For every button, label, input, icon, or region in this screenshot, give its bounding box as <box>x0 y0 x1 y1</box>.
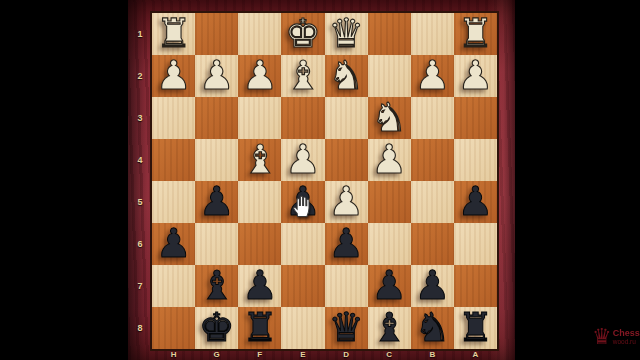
square-e2[interactable]: ♝ <box>281 55 324 97</box>
square-c8[interactable]: ♝ <box>368 307 411 349</box>
square-b3[interactable] <box>411 97 454 139</box>
square-e5[interactable]: ♟ <box>281 181 324 223</box>
square-f6[interactable] <box>238 223 281 265</box>
watermark-logo: ♛ Chess wood.ru <box>592 320 640 354</box>
square-e6[interactable] <box>281 223 324 265</box>
piece-white-pawn-e4[interactable]: ♟ <box>285 139 321 179</box>
rank-label-2: 2 <box>128 55 152 97</box>
piece-white-knight-d2[interactable]: ♞ <box>328 55 364 95</box>
square-d2[interactable]: ♞ <box>325 55 368 97</box>
square-a1[interactable]: ♜ <box>454 13 497 55</box>
square-h6[interactable]: ♟ <box>152 223 195 265</box>
square-g6[interactable] <box>195 223 238 265</box>
file-label-e: E <box>281 348 324 360</box>
chess-board: ♜♚♛♜♟♟♟♝♞♟♟♞♝♟♟♟♟♟♟♟♟♝♟♟♟♚♜♛♝♞♜ <box>152 13 497 349</box>
rank-labels: 12345678 <box>128 13 152 349</box>
square-a6[interactable] <box>454 223 497 265</box>
piece-black-rook-f8[interactable]: ♜ <box>242 307 278 347</box>
square-b2[interactable]: ♟ <box>411 55 454 97</box>
piece-white-knight-c3[interactable]: ♞ <box>371 97 407 137</box>
square-f5[interactable] <box>238 181 281 223</box>
square-f1[interactable] <box>238 13 281 55</box>
square-h3[interactable] <box>152 97 195 139</box>
square-d4[interactable] <box>325 139 368 181</box>
square-d7[interactable] <box>325 265 368 307</box>
square-g5[interactable]: ♟ <box>195 181 238 223</box>
square-b4[interactable] <box>411 139 454 181</box>
square-h1[interactable]: ♜ <box>152 13 195 55</box>
square-b6[interactable] <box>411 223 454 265</box>
square-f8[interactable]: ♜ <box>238 307 281 349</box>
square-h5[interactable] <box>152 181 195 223</box>
square-c1[interactable] <box>368 13 411 55</box>
square-c4[interactable]: ♟ <box>368 139 411 181</box>
square-c6[interactable] <box>368 223 411 265</box>
rank-label-4: 4 <box>128 139 152 181</box>
square-d5[interactable]: ♟ <box>325 181 368 223</box>
piece-black-pawn-a5[interactable]: ♟ <box>458 181 494 221</box>
logo-text-line1: Chess <box>613 329 640 338</box>
square-f2[interactable]: ♟ <box>238 55 281 97</box>
square-a5[interactable]: ♟ <box>454 181 497 223</box>
piece-black-pawn-h6[interactable]: ♟ <box>156 223 192 263</box>
square-c3[interactable]: ♞ <box>368 97 411 139</box>
piece-white-pawn-g2[interactable]: ♟ <box>199 55 235 95</box>
piece-black-queen-d8[interactable]: ♛ <box>328 307 364 347</box>
square-e3[interactable] <box>281 97 324 139</box>
piece-white-pawn-b2[interactable]: ♟ <box>414 55 450 95</box>
square-b7[interactable]: ♟ <box>411 265 454 307</box>
square-g3[interactable] <box>195 97 238 139</box>
square-e7[interactable] <box>281 265 324 307</box>
rank-label-7: 7 <box>128 265 152 307</box>
piece-white-bishop-f4[interactable]: ♝ <box>242 139 278 179</box>
square-a4[interactable] <box>454 139 497 181</box>
piece-black-pawn-e5[interactable]: ♟ <box>285 181 321 221</box>
piece-white-pawn-a2[interactable]: ♟ <box>458 55 494 95</box>
piece-black-bishop-c8[interactable]: ♝ <box>371 307 407 347</box>
square-h4[interactable] <box>152 139 195 181</box>
square-a8[interactable]: ♜ <box>454 307 497 349</box>
piece-black-rook-a8[interactable]: ♜ <box>458 307 494 347</box>
logo-chess-piece-icon: ♛ <box>592 326 612 348</box>
square-h8[interactable] <box>152 307 195 349</box>
square-a3[interactable] <box>454 97 497 139</box>
square-e1[interactable]: ♚ <box>281 13 324 55</box>
piece-white-rook-h1[interactable]: ♜ <box>156 13 192 53</box>
logo-text-line2: wood.ru <box>613 338 640 345</box>
rank-label-5: 5 <box>128 181 152 223</box>
square-b5[interactable] <box>411 181 454 223</box>
video-frame: 12345678 HGFEDCBA ♜♚♛♜♟♟♟♝♞♟♟♞♝♟♟♟♟♟♟♟♟♝… <box>0 0 640 360</box>
piece-black-pawn-d6[interactable]: ♟ <box>328 223 364 263</box>
square-c2[interactable] <box>368 55 411 97</box>
piece-black-pawn-b7[interactable]: ♟ <box>414 265 450 305</box>
square-a2[interactable]: ♟ <box>454 55 497 97</box>
square-d3[interactable] <box>325 97 368 139</box>
piece-white-pawn-f2[interactable]: ♟ <box>242 55 278 95</box>
square-f3[interactable] <box>238 97 281 139</box>
square-c5[interactable] <box>368 181 411 223</box>
piece-black-bishop-g7[interactable]: ♝ <box>199 265 235 305</box>
piece-black-pawn-f7[interactable]: ♟ <box>242 265 278 305</box>
rank-label-1: 1 <box>128 13 152 55</box>
piece-white-pawn-h2[interactable]: ♟ <box>156 55 192 95</box>
piece-black-pawn-g5[interactable]: ♟ <box>199 181 235 221</box>
piece-black-knight-b8[interactable]: ♞ <box>414 307 450 347</box>
piece-white-king-e1[interactable]: ♚ <box>285 13 321 53</box>
square-g1[interactable] <box>195 13 238 55</box>
rank-label-6: 6 <box>128 223 152 265</box>
piece-white-rook-a1[interactable]: ♜ <box>458 13 494 53</box>
rank-label-3: 3 <box>128 97 152 139</box>
square-g2[interactable]: ♟ <box>195 55 238 97</box>
square-e8[interactable] <box>281 307 324 349</box>
piece-white-pawn-d5[interactable]: ♟ <box>328 181 364 221</box>
square-b8[interactable]: ♞ <box>411 307 454 349</box>
square-d8[interactable]: ♛ <box>325 307 368 349</box>
piece-black-pawn-c7[interactable]: ♟ <box>371 265 407 305</box>
file-label-h: H <box>152 348 195 360</box>
square-c7[interactable]: ♟ <box>368 265 411 307</box>
square-g4[interactable] <box>195 139 238 181</box>
piece-white-queen-d1[interactable]: ♛ <box>328 13 364 53</box>
square-a7[interactable] <box>454 265 497 307</box>
square-h7[interactable] <box>152 265 195 307</box>
piece-black-king-g8[interactable]: ♚ <box>199 307 235 347</box>
square-e4[interactable]: ♟ <box>281 139 324 181</box>
square-h2[interactable]: ♟ <box>152 55 195 97</box>
square-f4[interactable]: ♝ <box>238 139 281 181</box>
square-d6[interactable]: ♟ <box>325 223 368 265</box>
square-b1[interactable] <box>411 13 454 55</box>
square-g8[interactable]: ♚ <box>195 307 238 349</box>
piece-white-bishop-e2[interactable]: ♝ <box>285 55 321 95</box>
square-f7[interactable]: ♟ <box>238 265 281 307</box>
rank-label-8: 8 <box>128 307 152 349</box>
square-d1[interactable]: ♛ <box>325 13 368 55</box>
square-g7[interactable]: ♝ <box>195 265 238 307</box>
piece-white-pawn-c4[interactable]: ♟ <box>371 139 407 179</box>
